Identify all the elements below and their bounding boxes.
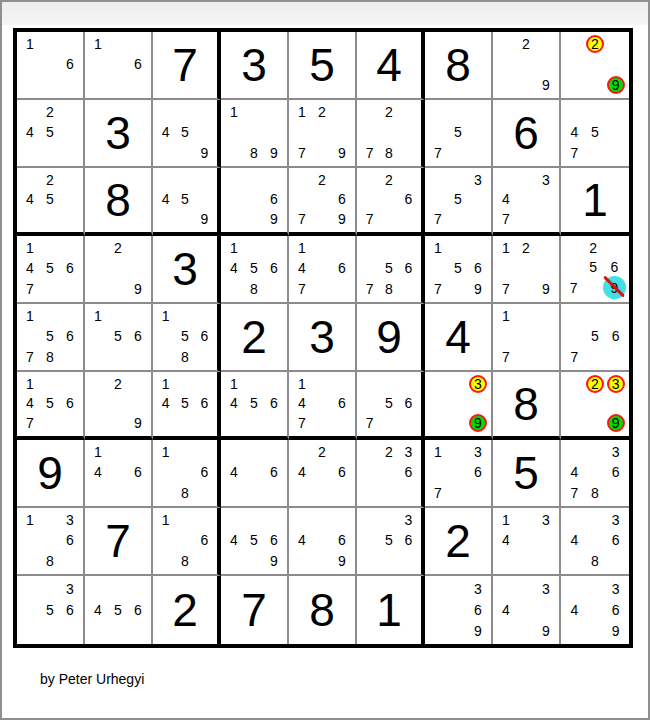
- candidate-pos-2: [448, 374, 468, 394]
- candidate-pos-7: 7: [20, 413, 40, 433]
- cell-r5c1[interactable]: 15678: [17, 304, 85, 372]
- cell-r3c1[interactable]: 245: [17, 168, 85, 236]
- solved-digit: 2: [221, 304, 287, 370]
- cell-r7c1[interactable]: 9: [17, 440, 85, 508]
- candidate-pos-5: 5: [175, 326, 194, 346]
- cell-r3c4[interactable]: 69: [221, 168, 289, 236]
- candidate-pos-7: [224, 209, 244, 229]
- cell-r3c2[interactable]: 8: [85, 168, 153, 236]
- candidate-6: 6: [404, 396, 412, 410]
- candidate-pos-7: [156, 483, 175, 503]
- candidate-pos-6: 6: [468, 599, 488, 620]
- candidate-pos-2: 2: [108, 374, 128, 394]
- candidate-pos-1: 1: [292, 374, 312, 394]
- cell-r3c5[interactable]: 2679: [289, 168, 357, 236]
- candidate-9: 9: [474, 282, 482, 296]
- candidate-grid: 57: [428, 102, 488, 163]
- solved-digit: 9: [357, 304, 421, 370]
- candidate-6: 6: [404, 261, 412, 275]
- candidate-pos-7: [88, 75, 108, 95]
- candidate-pos-7: 7: [428, 143, 448, 163]
- cell-r8c7[interactable]: 2: [425, 508, 493, 576]
- cell-r3c6[interactable]: 267: [357, 168, 425, 236]
- candidate-pos-5: 5: [40, 599, 60, 620]
- candidate-pos-3: 3: [468, 578, 488, 599]
- candidate-pos-8: [585, 75, 606, 95]
- cell-r9c8[interactable]: 349: [493, 576, 561, 644]
- cell-r8c8[interactable]: 134: [493, 508, 561, 576]
- cell-r5c5[interactable]: 3: [289, 304, 357, 372]
- cell-r9c6[interactable]: 1: [357, 576, 425, 644]
- candidate-pos-2: [108, 578, 128, 599]
- candidate-pos-1: 1: [292, 238, 312, 258]
- candidate-pos-1: 1: [428, 238, 448, 258]
- candidate-pos-3: [332, 510, 352, 530]
- candidate-pos-3: [332, 170, 352, 190]
- solved-digit: 6: [493, 100, 559, 166]
- candidate-pos-8: [108, 279, 128, 299]
- cell-r2c5[interactable]: 1279: [289, 100, 357, 168]
- candidate-pos-2: [516, 306, 536, 326]
- cell-r6c3[interactable]: 1456: [153, 372, 221, 440]
- candidate-9-highlight-green: 9: [607, 76, 625, 94]
- candidate-pos-9: [332, 483, 352, 503]
- candidate-pos-4: [156, 326, 175, 346]
- candidate-pos-3: 3: [468, 374, 488, 394]
- cell-r5c6[interactable]: 9: [357, 304, 425, 372]
- candidate-pos-1: 1: [156, 306, 175, 326]
- candidate-pos-6: 6: [399, 530, 418, 550]
- candidate-7: 7: [434, 212, 442, 226]
- candidate-pos-1: [20, 170, 40, 190]
- candidate-pos-6: 6: [264, 462, 284, 482]
- cell-r4c3[interactable]: 3: [153, 236, 221, 304]
- cell-r5c2[interactable]: 156: [85, 304, 153, 372]
- candidate-4: 4: [502, 533, 510, 547]
- cell-r1c9[interactable]: 29: [561, 32, 629, 100]
- cell-r5c4[interactable]: 2: [221, 304, 289, 372]
- candidate-pos-6: 6: [332, 258, 352, 278]
- candidate-pos-3: [60, 102, 80, 122]
- candidate-pos-7: [156, 209, 175, 229]
- candidate-pos-7: 7: [564, 276, 584, 299]
- candidate-pos-2: 2: [585, 374, 606, 394]
- candidate-5: 5: [589, 260, 597, 274]
- candidate-pos-3: [605, 34, 626, 54]
- candidate-pos-3: [332, 442, 352, 462]
- candidate-pos-8: [312, 279, 332, 299]
- solved-digit: 7: [153, 32, 217, 98]
- candidate-pos-2: 2: [379, 442, 398, 462]
- cell-r5c9[interactable]: 567: [561, 304, 629, 372]
- candidate-pos-5: [312, 122, 332, 142]
- cell-r2c2[interactable]: 3: [85, 100, 153, 168]
- candidate-pos-3: [195, 510, 214, 530]
- cell-r6c1[interactable]: 14567: [17, 372, 85, 440]
- candidate-pos-8: 8: [175, 347, 194, 367]
- candidate-pos-9: [264, 279, 284, 299]
- candidate-pos-9: [536, 347, 556, 367]
- candidate-pos-8: [175, 413, 194, 433]
- candidate-pos-9: [60, 347, 80, 367]
- candidate-pos-1: [360, 102, 379, 122]
- candidate-5: 5: [114, 329, 122, 343]
- candidate-pos-3: [399, 374, 418, 394]
- candidate-3: 3: [542, 582, 550, 596]
- candidate-6: 6: [200, 329, 208, 343]
- candidate-8: 8: [250, 282, 258, 296]
- cell-r7c8[interactable]: 5: [493, 440, 561, 508]
- candidate-pos-1: [496, 34, 516, 54]
- candidate-pos-4: 4: [20, 190, 40, 210]
- candidate-1: 1: [26, 513, 34, 527]
- candidate-pos-5: 5: [40, 122, 60, 142]
- candidate-pos-7: 7: [292, 413, 312, 433]
- cell-r6c6[interactable]: 567: [357, 372, 425, 440]
- candidate-pos-4: [20, 54, 40, 74]
- cell-r9c3[interactable]: 2: [153, 576, 221, 644]
- candidate-pos-5: [448, 462, 468, 482]
- candidate-pos-2: [175, 442, 194, 462]
- cell-r9c5[interactable]: 8: [289, 576, 357, 644]
- candidate-pos-3: [60, 170, 80, 190]
- cell-r9c4[interactable]: 7: [221, 576, 289, 644]
- candidate-5: 5: [181, 192, 189, 206]
- candidate-pos-5: [379, 122, 398, 142]
- cell-r5c8[interactable]: 17: [493, 304, 561, 372]
- cell-r9c1[interactable]: 356: [17, 576, 85, 644]
- candidate-grid: 5678: [360, 238, 418, 299]
- cell-r6c4[interactable]: 1456: [221, 372, 289, 440]
- cell-r4c4[interactable]: 14568: [221, 236, 289, 304]
- cell-r3c3[interactable]: 459: [153, 168, 221, 236]
- candidate-1: 1: [26, 377, 34, 391]
- candidate-pos-3: 3: [605, 442, 626, 462]
- candidate-pos-7: [224, 413, 244, 433]
- candidate-5: 5: [181, 125, 189, 139]
- candidate-grid: 29: [564, 34, 626, 95]
- cell-r4c5[interactable]: 1467: [289, 236, 357, 304]
- candidate-pos-9: 9: [605, 75, 626, 95]
- candidate-pos-1: [224, 442, 244, 462]
- candidate-3-highlight-yellow: 3: [469, 375, 487, 393]
- cell-r7c5[interactable]: 246: [289, 440, 357, 508]
- cell-r8c1[interactable]: 1368: [17, 508, 85, 576]
- candidate-grid: 459: [156, 102, 214, 163]
- candidate-1: 1: [162, 309, 170, 323]
- candidate-6: 6: [270, 465, 278, 479]
- candidate-3: 3: [474, 445, 482, 459]
- cell-r8c5[interactable]: 469: [289, 508, 357, 576]
- candidate-pos-5: [40, 54, 60, 74]
- candidate-pos-6: [605, 394, 626, 414]
- candidate-pos-1: [428, 170, 448, 190]
- candidate-pos-1: [360, 374, 379, 394]
- candidate-pos-6: [536, 530, 556, 550]
- candidate-pos-4: 4: [564, 462, 585, 482]
- candidate-grid: 134: [496, 510, 556, 571]
- cell-r1c2[interactable]: 16: [85, 32, 153, 100]
- candidate-1: 1: [434, 241, 442, 255]
- cell-r2c1[interactable]: 245: [17, 100, 85, 168]
- cell-r6c9[interactable]: 239: [561, 372, 629, 440]
- cell-r2c3[interactable]: 459: [153, 100, 221, 168]
- cell-r8c9[interactable]: 3468: [561, 508, 629, 576]
- candidate-pos-9: [195, 483, 214, 503]
- candidate-pos-2: 2: [312, 442, 332, 462]
- candidate-3: 3: [612, 582, 620, 596]
- candidate-pos-5: [379, 190, 398, 210]
- candidate-pos-6: [60, 190, 80, 210]
- candidate-pos-7: [564, 551, 585, 571]
- candidate-pos-4: 4: [156, 190, 175, 210]
- candidate-pos-9: [468, 143, 488, 163]
- candidate-pos-1: [360, 442, 379, 462]
- candidate-pos-5: [312, 394, 332, 414]
- candidate-6: 6: [134, 329, 142, 343]
- cell-r1c6[interactable]: 4: [357, 32, 425, 100]
- candidate-pos-3: [128, 442, 148, 462]
- candidate-pos-4: [360, 122, 379, 142]
- solved-digit: 3: [289, 304, 355, 370]
- candidate-pos-2: [175, 102, 194, 122]
- candidate-pos-2: [244, 170, 264, 190]
- cell-r4c9[interactable]: 25679: [561, 236, 629, 304]
- candidate-pos-7: 7: [360, 413, 379, 433]
- candidate-pos-7: [292, 483, 312, 503]
- cell-r3c7[interactable]: 357: [425, 168, 493, 236]
- candidate-4: 4: [298, 261, 306, 275]
- candidate-6: 6: [338, 261, 346, 275]
- cell-r6c8[interactable]: 8: [493, 372, 561, 440]
- candidate-pos-4: [88, 54, 108, 74]
- candidate-pos-7: [564, 413, 585, 433]
- candidate-pos-4: 4: [564, 530, 585, 550]
- candidate-pos-5: [40, 530, 60, 550]
- candidate-pos-3: [60, 34, 80, 54]
- cell-r1c8[interactable]: 29: [493, 32, 561, 100]
- candidate-9: 9: [270, 146, 278, 160]
- candidate-pos-6: 6: [264, 258, 284, 278]
- candidate-pos-6: [468, 394, 488, 414]
- cell-r9c9[interactable]: 3469: [561, 576, 629, 644]
- candidate-pos-6: [60, 122, 80, 142]
- candidate-grid: 15678: [20, 306, 80, 367]
- candidate-pos-6: 6: [128, 462, 148, 482]
- candidate-grid: 567: [360, 374, 418, 433]
- candidate-8: 8: [385, 146, 393, 160]
- candidate-grid: 15679: [428, 238, 488, 299]
- cell-r8c3[interactable]: 168: [153, 508, 221, 576]
- cell-r1c4[interactable]: 3: [221, 32, 289, 100]
- candidate-pos-1: 1: [20, 510, 40, 530]
- candidate-pos-2: [312, 510, 332, 530]
- cell-r9c2[interactable]: 456: [85, 576, 153, 644]
- candidate-pos-6: 6: [399, 258, 418, 278]
- candidate-grid: 567: [564, 306, 626, 367]
- cell-r4c2[interactable]: 29: [85, 236, 153, 304]
- cell-r9c7[interactable]: 369: [425, 576, 493, 644]
- candidate-pos-4: 4: [564, 599, 585, 620]
- candidate-grid: 1467: [292, 374, 352, 433]
- cell-r8c4[interactable]: 4569: [221, 508, 289, 576]
- candidate-pos-2: [379, 510, 398, 530]
- cell-r4c8[interactable]: 1279: [493, 236, 561, 304]
- candidate-6: 6: [338, 465, 346, 479]
- candidate-9: 9: [542, 624, 550, 638]
- candidate-pos-5: [585, 54, 606, 74]
- candidate-pos-5: [108, 394, 128, 414]
- cell-r7c7[interactable]: 1367: [425, 440, 493, 508]
- candidate-pos-8: [312, 413, 332, 433]
- solved-digit: 7: [85, 508, 151, 574]
- candidate-pos-5: [516, 326, 536, 346]
- candidate-pos-5: [244, 122, 264, 142]
- cell-r1c7[interactable]: 8: [425, 32, 493, 100]
- candidate-pos-8: [379, 483, 398, 503]
- candidate-pos-2: [108, 34, 128, 54]
- cell-r3c8[interactable]: 347: [493, 168, 561, 236]
- candidate-grid: 3469: [564, 578, 626, 641]
- cell-r7c4[interactable]: 46: [221, 440, 289, 508]
- cell-r3c9[interactable]: 1: [561, 168, 629, 236]
- candidate-pos-7: [224, 483, 244, 503]
- candidate-grid: 17: [496, 306, 556, 367]
- candidate-pos-8: [108, 620, 128, 641]
- candidate-pos-7: [20, 209, 40, 229]
- candidate-pos-1: [564, 578, 585, 599]
- cell-r5c3[interactable]: 1568: [153, 304, 221, 372]
- cell-r6c7[interactable]: 39: [425, 372, 493, 440]
- cell-r7c3[interactable]: 168: [153, 440, 221, 508]
- candidate-5: 5: [454, 192, 462, 206]
- candidate-4: 4: [94, 465, 102, 479]
- candidate-pos-5: [585, 462, 606, 482]
- cell-r7c2[interactable]: 146: [85, 440, 153, 508]
- candidate-6: 6: [611, 260, 619, 274]
- candidate-pos-6: [332, 122, 352, 142]
- candidate-1: 1: [94, 37, 102, 51]
- candidate-grid: 356: [360, 510, 418, 571]
- candidate-1: 1: [298, 105, 306, 119]
- candidate-pos-4: [428, 190, 448, 210]
- cell-r4c6[interactable]: 5678: [357, 236, 425, 304]
- candidate-pos-9: [468, 483, 488, 503]
- candidate-pos-1: [496, 170, 516, 190]
- candidate-grid: 369: [428, 578, 488, 641]
- candidate-6: 6: [474, 465, 482, 479]
- candidate-grid: 16: [20, 34, 80, 95]
- candidate-pos-1: [224, 170, 244, 190]
- cell-r8c6[interactable]: 356: [357, 508, 425, 576]
- candidate-pos-1: 1: [156, 510, 175, 530]
- cell-r1c3[interactable]: 7: [153, 32, 221, 100]
- cell-r4c7[interactable]: 15679: [425, 236, 493, 304]
- candidate-pos-9: [128, 483, 148, 503]
- candidate-pos-8: [448, 209, 468, 229]
- candidate-pos-4: [292, 122, 312, 142]
- cell-r2c7[interactable]: 57: [425, 100, 493, 168]
- candidate-pos-9: [264, 483, 284, 503]
- candidate-pos-6: 6: [60, 54, 80, 74]
- candidate-pos-7: 7: [428, 209, 448, 229]
- candidate-pos-3: [264, 442, 284, 462]
- candidate-pos-2: [108, 306, 128, 326]
- candidate-pos-5: [379, 462, 398, 482]
- candidate-pos-5: 5: [175, 190, 194, 210]
- cell-r6c5[interactable]: 1467: [289, 372, 357, 440]
- candidate-pos-7: 7: [564, 347, 585, 367]
- candidate-pos-7: [224, 279, 244, 299]
- candidate-9-highlight-green: 9: [607, 414, 625, 432]
- candidate-grid: 347: [496, 170, 556, 229]
- candidate-grid: 459: [156, 170, 214, 229]
- candidate-pos-8: 8: [40, 551, 60, 571]
- candidate-grid: 69: [224, 170, 284, 229]
- candidate-pos-7: [156, 551, 175, 571]
- cell-r7c6[interactable]: 236: [357, 440, 425, 508]
- candidate-pos-5: [108, 54, 128, 74]
- candidate-1: 1: [94, 309, 102, 323]
- candidate-pos-4: [496, 54, 516, 74]
- candidate-pos-9: [128, 620, 148, 641]
- candidate-grid: 16: [88, 34, 148, 95]
- candidate-pos-5: [108, 258, 128, 278]
- cell-r1c1[interactable]: 16: [17, 32, 85, 100]
- candidate-pos-8: 8: [244, 143, 264, 163]
- candidate-grid: 246: [292, 442, 352, 503]
- solved-digit: 1: [561, 168, 629, 232]
- candidate-pos-9: [264, 413, 284, 433]
- candidate-7: 7: [366, 146, 374, 160]
- cell-r2c4[interactable]: 189: [221, 100, 289, 168]
- cell-r2c9[interactable]: 457: [561, 100, 629, 168]
- candidate-pos-6: 6: [468, 258, 488, 278]
- candidate-pos-2: [40, 510, 60, 530]
- candidate-pos-7: [20, 143, 40, 163]
- candidate-7: 7: [366, 212, 374, 226]
- cell-r1c5[interactable]: 5: [289, 32, 357, 100]
- candidate-3: 3: [404, 513, 412, 527]
- candidate-grid: 156: [88, 306, 148, 367]
- cell-r2c6[interactable]: 278: [357, 100, 425, 168]
- candidate-pos-4: 4: [20, 258, 40, 278]
- candidate-pos-4: [428, 462, 448, 482]
- candidate-5: 5: [250, 396, 258, 410]
- candidate-9: 9: [200, 146, 208, 160]
- candidate-pos-3: [264, 374, 284, 394]
- candidate-pos-7: [496, 620, 516, 641]
- candidate-1: 1: [230, 377, 238, 391]
- cell-r6c2[interactable]: 29: [85, 372, 153, 440]
- cell-r2c8[interactable]: 6: [493, 100, 561, 168]
- cell-r5c7[interactable]: 4: [425, 304, 493, 372]
- candidate-6: 6: [270, 192, 278, 206]
- solved-digit: 8: [289, 576, 355, 644]
- candidate-pos-3: [128, 374, 148, 394]
- candidate-pos-1: 1: [292, 102, 312, 122]
- cell-r4c1[interactable]: 14567: [17, 236, 85, 304]
- candidate-7: 7: [26, 350, 34, 364]
- cell-r8c2[interactable]: 7: [85, 508, 153, 576]
- candidate-6: 6: [474, 261, 482, 275]
- candidate-pos-6: 6: [603, 257, 626, 276]
- cell-r7c9[interactable]: 34678: [561, 440, 629, 508]
- candidate-4: 4: [570, 533, 578, 547]
- candidate-2: 2: [385, 445, 393, 459]
- candidate-5: 5: [114, 603, 122, 617]
- candidate-pos-5: [448, 394, 468, 414]
